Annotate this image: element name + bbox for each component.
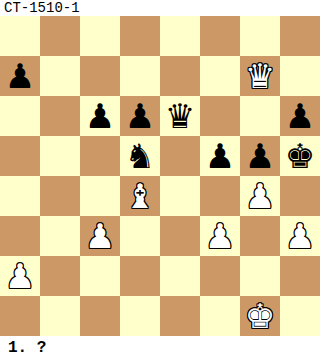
square-e5[interactable] bbox=[160, 136, 200, 176]
square-b8[interactable] bbox=[40, 16, 80, 56]
square-b7[interactable] bbox=[40, 56, 80, 96]
square-f5[interactable]: ♟ bbox=[200, 136, 240, 176]
square-b1[interactable] bbox=[40, 296, 80, 336]
white-queen: ♛ bbox=[240, 56, 280, 96]
square-h5[interactable]: ♚ bbox=[280, 136, 320, 176]
square-g7[interactable]: ♛ bbox=[240, 56, 280, 96]
chess-puzzle-page: CT-1510-1 ♟♛♟♟♛♟♞♟♟♚♝♟♟♟♟♟♚ 1. ? bbox=[0, 0, 320, 360]
square-a1[interactable] bbox=[0, 296, 40, 336]
square-a5[interactable] bbox=[0, 136, 40, 176]
square-a8[interactable] bbox=[0, 16, 40, 56]
chess-board: ♟♛♟♟♛♟♞♟♟♚♝♟♟♟♟♟♚ bbox=[0, 16, 320, 336]
square-e2[interactable] bbox=[160, 256, 200, 296]
square-f8[interactable] bbox=[200, 16, 240, 56]
white-king: ♚ bbox=[240, 296, 280, 336]
black-queen: ♛ bbox=[160, 96, 200, 136]
square-e3[interactable] bbox=[160, 216, 200, 256]
square-b4[interactable] bbox=[40, 176, 80, 216]
square-a2[interactable]: ♟ bbox=[0, 256, 40, 296]
square-e4[interactable] bbox=[160, 176, 200, 216]
square-c7[interactable] bbox=[80, 56, 120, 96]
black-pawn: ♟ bbox=[200, 136, 240, 176]
square-a6[interactable] bbox=[0, 96, 40, 136]
square-b5[interactable] bbox=[40, 136, 80, 176]
puzzle-title: CT-1510-1 bbox=[0, 0, 320, 16]
white-pawn: ♟ bbox=[80, 216, 120, 256]
square-d2[interactable] bbox=[120, 256, 160, 296]
square-g2[interactable] bbox=[240, 256, 280, 296]
square-a4[interactable] bbox=[0, 176, 40, 216]
square-b2[interactable] bbox=[40, 256, 80, 296]
square-h1[interactable] bbox=[280, 296, 320, 336]
square-d5[interactable]: ♞ bbox=[120, 136, 160, 176]
black-pawn: ♟ bbox=[240, 136, 280, 176]
square-a7[interactable]: ♟ bbox=[0, 56, 40, 96]
square-g4[interactable]: ♟ bbox=[240, 176, 280, 216]
square-g5[interactable]: ♟ bbox=[240, 136, 280, 176]
black-pawn: ♟ bbox=[120, 96, 160, 136]
square-c4[interactable] bbox=[80, 176, 120, 216]
square-d1[interactable] bbox=[120, 296, 160, 336]
square-h4[interactable] bbox=[280, 176, 320, 216]
square-c6[interactable]: ♟ bbox=[80, 96, 120, 136]
square-g1[interactable]: ♚ bbox=[240, 296, 280, 336]
square-c5[interactable] bbox=[80, 136, 120, 176]
white-pawn: ♟ bbox=[200, 216, 240, 256]
square-f3[interactable]: ♟ bbox=[200, 216, 240, 256]
square-b6[interactable] bbox=[40, 96, 80, 136]
square-g6[interactable] bbox=[240, 96, 280, 136]
square-e8[interactable] bbox=[160, 16, 200, 56]
square-h8[interactable] bbox=[280, 16, 320, 56]
square-h2[interactable] bbox=[280, 256, 320, 296]
square-d4[interactable]: ♝ bbox=[120, 176, 160, 216]
square-f7[interactable] bbox=[200, 56, 240, 96]
square-d6[interactable]: ♟ bbox=[120, 96, 160, 136]
square-h7[interactable] bbox=[280, 56, 320, 96]
square-g3[interactable] bbox=[240, 216, 280, 256]
white-pawn: ♟ bbox=[280, 216, 320, 256]
black-pawn: ♟ bbox=[0, 56, 40, 96]
black-king: ♚ bbox=[280, 136, 320, 176]
square-c2[interactable] bbox=[80, 256, 120, 296]
square-h6[interactable]: ♟ bbox=[280, 96, 320, 136]
move-prompt: 1. ? bbox=[0, 336, 320, 360]
white-bishop: ♝ bbox=[120, 176, 160, 216]
square-d8[interactable] bbox=[120, 16, 160, 56]
square-b3[interactable] bbox=[40, 216, 80, 256]
square-c8[interactable] bbox=[80, 16, 120, 56]
square-f2[interactable] bbox=[200, 256, 240, 296]
square-d7[interactable] bbox=[120, 56, 160, 96]
square-f6[interactable] bbox=[200, 96, 240, 136]
square-e1[interactable] bbox=[160, 296, 200, 336]
square-a3[interactable] bbox=[0, 216, 40, 256]
square-f4[interactable] bbox=[200, 176, 240, 216]
square-c3[interactable]: ♟ bbox=[80, 216, 120, 256]
white-pawn: ♟ bbox=[240, 176, 280, 216]
square-d3[interactable] bbox=[120, 216, 160, 256]
square-e7[interactable] bbox=[160, 56, 200, 96]
black-pawn: ♟ bbox=[80, 96, 120, 136]
white-pawn: ♟ bbox=[0, 256, 40, 296]
square-e6[interactable]: ♛ bbox=[160, 96, 200, 136]
black-knight: ♞ bbox=[120, 136, 160, 176]
square-f1[interactable] bbox=[200, 296, 240, 336]
square-h3[interactable]: ♟ bbox=[280, 216, 320, 256]
square-g8[interactable] bbox=[240, 16, 280, 56]
square-c1[interactable] bbox=[80, 296, 120, 336]
black-pawn: ♟ bbox=[280, 96, 320, 136]
